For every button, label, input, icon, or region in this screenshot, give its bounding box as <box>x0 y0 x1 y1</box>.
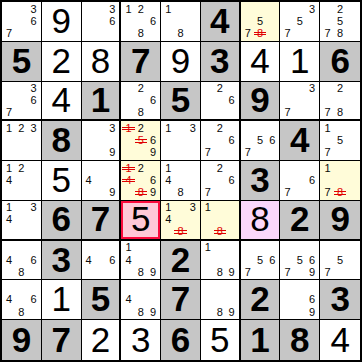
empty-mark-slot <box>202 281 214 293</box>
empty-mark-slot <box>15 174 27 186</box>
empty-mark-slot <box>346 187 359 199</box>
eliminated-candidate-mark: 8 <box>174 226 186 238</box>
candidate-mark: 6 <box>266 135 278 147</box>
empty-mark-slot <box>202 214 214 226</box>
empty-mark-slot <box>321 135 334 147</box>
empty-mark-slot <box>135 147 147 159</box>
eliminated-candidate-mark: 8 <box>214 226 226 238</box>
candidate-mark: 8 <box>334 106 347 118</box>
cell-r2c7[interactable]: 4 <box>241 42 281 82</box>
empty-mark-slot <box>346 94 359 106</box>
empty-mark-slot <box>162 28 174 40</box>
cell-r9c8[interactable]: 8 <box>280 320 320 360</box>
empty-mark-slot <box>106 266 118 278</box>
candidate-mark: 2 <box>135 3 147 15</box>
empty-mark-slot <box>306 281 318 293</box>
empty-mark-slot <box>162 147 174 159</box>
candidate-mark: 5 <box>254 254 266 266</box>
empty-mark-slot <box>174 15 186 27</box>
empty-mark-slot <box>162 187 174 199</box>
empty-mark-slot <box>122 135 134 147</box>
candidate-mark: 8 <box>214 306 226 318</box>
empty-mark-slot <box>15 254 27 266</box>
candidate-mark: 9 <box>147 147 159 159</box>
empty-mark-slot <box>28 281 40 293</box>
cell-r2c3[interactable]: 8 <box>82 42 122 82</box>
cell-r2c9[interactable]: 6 <box>320 42 360 82</box>
candidate-mark: 6 <box>226 174 238 186</box>
given-digit: 8 <box>51 122 70 157</box>
empty-mark-slot <box>187 147 199 159</box>
empty-mark-slot <box>15 242 27 254</box>
empty-mark-slot <box>28 28 40 40</box>
cell-r8c6[interactable]: 89 <box>201 280 241 320</box>
candidate-mark: 1 <box>202 202 214 214</box>
given-digit: 2 <box>290 201 309 236</box>
empty-mark-slot <box>187 135 199 147</box>
candidate-mark: 7 <box>3 106 15 118</box>
cell-r9c2[interactable]: 7 <box>42 320 82 360</box>
given-digit: 9 <box>12 322 31 357</box>
candidate-mark: 1 <box>3 122 15 134</box>
empty-mark-slot <box>94 15 106 27</box>
empty-mark-slot <box>15 147 27 159</box>
cell-r9c7[interactable]: 1 <box>241 320 281 360</box>
cell-r1c1[interactable]: 367 <box>2 2 42 42</box>
empty-mark-slot <box>294 174 306 186</box>
empty-mark-slot <box>174 135 186 147</box>
empty-mark-slot <box>83 135 95 147</box>
empty-mark-slot <box>28 214 40 226</box>
cell-r5c7[interactable]: 3 <box>241 161 281 201</box>
pencil-marks: 567 <box>241 241 280 280</box>
pencil-marks: 267 <box>201 161 239 200</box>
candidate-mark: 9 <box>306 306 318 318</box>
empty-mark-slot <box>94 28 106 40</box>
empty-mark-slot <box>28 174 40 186</box>
cell-r9c5[interactable]: 6 <box>161 320 201 360</box>
cell-r7c3[interactable]: 46 <box>82 241 122 281</box>
empty-mark-slot <box>187 3 199 15</box>
cell-r4c6[interactable]: 267 <box>201 121 241 161</box>
cell-r9c4[interactable]: 3 <box>121 320 161 360</box>
cell-r9c1[interactable]: 9 <box>2 320 42 360</box>
candidate-mark: 8 <box>174 187 186 199</box>
cell-r5c9[interactable]: 178 <box>320 161 360 201</box>
cell-r9c6[interactable]: 5 <box>201 320 241 360</box>
empty-mark-slot <box>94 242 106 254</box>
pencil-marks: 5679 <box>280 241 319 280</box>
candidate-mark: 8 <box>135 28 147 40</box>
given-digit: 3 <box>250 162 269 197</box>
cell-r8c4[interactable]: 489 <box>121 280 161 320</box>
empty-mark-slot <box>306 94 318 106</box>
cell-r2c8[interactable]: 1 <box>280 42 320 82</box>
candidate-mark: 4 <box>83 254 95 266</box>
empty-mark-slot <box>83 147 95 159</box>
empty-mark-slot <box>266 15 278 27</box>
candidate-mark: 3 <box>28 83 40 95</box>
cell-r6c8[interactable]: 2 <box>280 201 320 241</box>
cell-r3c3[interactable]: 1 <box>82 82 122 122</box>
empty-mark-slot <box>83 187 95 199</box>
empty-mark-slot <box>266 122 278 134</box>
pencil-marks: 124689 <box>121 161 160 200</box>
cell-r7c6[interactable]: 189 <box>201 241 241 281</box>
cell-r1c9[interactable]: 2578 <box>320 2 360 42</box>
cell-r7c7[interactable]: 567 <box>241 241 281 281</box>
empty-mark-slot <box>346 3 359 15</box>
cell-r3c5[interactable]: 5 <box>161 82 201 122</box>
pencil-marks: 12569 <box>121 121 160 160</box>
empty-mark-slot <box>306 28 318 40</box>
cell-r2c1[interactable]: 5 <box>2 42 42 82</box>
eliminated-candidate-mark: 8 <box>254 28 266 40</box>
empty-mark-slot <box>281 162 293 174</box>
empty-mark-slot <box>321 174 334 186</box>
cell-r2c2[interactable]: 2 <box>42 42 82 82</box>
cell-r1c3[interactable]: 36 <box>82 2 122 42</box>
candidate-mark: 1 <box>321 122 334 134</box>
cell-r3c8[interactable]: 37 <box>280 82 320 122</box>
candidate-mark: 6 <box>147 135 159 147</box>
empty-mark-slot <box>226 226 238 238</box>
empty-mark-slot <box>135 15 147 27</box>
cell-r4c3[interactable]: 39 <box>82 121 122 161</box>
empty-mark-slot <box>135 242 147 254</box>
solved-digit: 9 <box>51 3 70 38</box>
empty-mark-slot <box>187 28 199 40</box>
cell-r6c4[interactable]: 5 <box>121 201 161 241</box>
candidate-mark: 3 <box>106 3 118 15</box>
empty-mark-slot <box>122 147 134 159</box>
empty-mark-slot <box>346 266 359 278</box>
empty-mark-slot <box>135 174 147 186</box>
cell-r2c5[interactable]: 9 <box>161 42 201 82</box>
candidate-mark: 6 <box>306 294 318 306</box>
empty-mark-slot <box>346 162 359 174</box>
cell-r7c9[interactable]: 57 <box>320 241 360 281</box>
candidate-mark: 7 <box>281 187 293 199</box>
empty-mark-slot <box>162 15 174 27</box>
cell-r3c6[interactable]: 26 <box>201 82 241 122</box>
cell-r5c2[interactable]: 5 <box>42 161 82 201</box>
empty-mark-slot <box>147 162 159 174</box>
candidate-mark: 5 <box>334 135 347 147</box>
cell-r5c6[interactable]: 267 <box>201 161 241 201</box>
eliminated-candidate-mark: 1 <box>122 162 134 174</box>
pencil-marks: 18 <box>201 201 239 239</box>
empty-mark-slot <box>147 242 159 254</box>
empty-mark-slot <box>28 162 40 174</box>
cell-r6c7[interactable]: 8 <box>241 201 281 241</box>
cell-r4c4[interactable]: 12569 <box>121 121 161 161</box>
candidate-mark: 7 <box>321 266 334 278</box>
empty-mark-slot <box>281 294 293 306</box>
empty-mark-slot <box>15 3 27 15</box>
candidate-mark: 2 <box>214 122 226 134</box>
empty-mark-slot <box>346 135 359 147</box>
empty-mark-slot <box>321 242 334 254</box>
candidate-mark: 6 <box>28 94 40 106</box>
empty-mark-slot <box>321 3 334 15</box>
cell-r6c9[interactable]: 9 <box>320 201 360 241</box>
cell-r5c5[interactable]: 148 <box>161 161 201 201</box>
candidate-mark: 9 <box>226 266 238 278</box>
cell-r4c8[interactable]: 4 <box>280 121 320 161</box>
candidate-mark: 9 <box>106 147 118 159</box>
cell-r6c2[interactable]: 6 <box>42 201 82 241</box>
empty-mark-slot <box>334 174 347 186</box>
empty-mark-slot <box>266 266 278 278</box>
candidate-mark: 3 <box>187 202 199 214</box>
cell-r1c5[interactable]: 18 <box>161 2 201 42</box>
cell-r9c3[interactable]: 2 <box>82 320 122 360</box>
empty-mark-slot <box>106 28 118 40</box>
empty-mark-slot <box>28 106 40 118</box>
empty-mark-slot <box>3 306 15 318</box>
empty-mark-slot <box>306 187 318 199</box>
cell-r6c1[interactable]: 134 <box>2 201 42 241</box>
empty-mark-slot <box>226 187 238 199</box>
solved-digit: 2 <box>91 322 110 357</box>
given-digit: 5 <box>12 43 31 78</box>
candidate-mark: 7 <box>242 28 254 40</box>
cell-r8c2[interactable]: 1 <box>42 280 82 320</box>
solved-digit: 1 <box>290 43 309 78</box>
empty-mark-slot <box>214 214 226 226</box>
empty-mark-slot <box>187 187 199 199</box>
empty-mark-slot <box>202 174 214 186</box>
candidate-mark: 7 <box>321 28 334 40</box>
empty-mark-slot <box>147 254 159 266</box>
candidate-mark: 3 <box>28 202 40 214</box>
candidate-mark: 4 <box>3 254 15 266</box>
cell-r1c6[interactable]: 4 <box>201 2 241 42</box>
empty-mark-slot <box>306 106 318 118</box>
pencil-marks: 123 <box>2 121 41 160</box>
cell-r4c2[interactable]: 8 <box>42 121 82 161</box>
cell-r7c8[interactable]: 5679 <box>280 241 320 281</box>
cell-r8c7[interactable]: 2 <box>241 280 281 320</box>
pencil-marks: 489 <box>121 280 160 319</box>
empty-mark-slot <box>106 174 118 186</box>
cell-r1c7[interactable]: 578 <box>241 2 281 42</box>
empty-mark-slot <box>226 214 238 226</box>
pencil-marks: 49 <box>82 161 120 200</box>
empty-mark-slot <box>28 266 40 278</box>
empty-mark-slot <box>83 15 95 27</box>
cell-r3c9[interactable]: 278 <box>320 82 360 122</box>
empty-mark-slot <box>147 3 159 15</box>
cell-r4c1[interactable]: 123 <box>2 121 42 161</box>
empty-mark-slot <box>187 15 199 27</box>
empty-mark-slot <box>346 28 359 40</box>
empty-mark-slot <box>202 226 214 238</box>
cell-r4c7[interactable]: 567 <box>241 121 281 161</box>
empty-mark-slot <box>15 187 27 199</box>
empty-mark-slot <box>294 294 306 306</box>
cell-r8c1[interactable]: 468 <box>2 280 42 320</box>
candidate-mark: 8 <box>15 306 27 318</box>
candidate-mark: 9 <box>147 187 159 199</box>
empty-mark-slot <box>3 3 15 15</box>
candidate-mark: 5 <box>334 15 347 27</box>
cell-r8c5[interactable]: 7 <box>161 280 201 320</box>
candidate-mark: 3 <box>306 83 318 95</box>
pencil-marks: 67 <box>280 161 319 200</box>
empty-mark-slot <box>334 147 347 159</box>
candidate-mark: 1 <box>3 162 15 174</box>
cell-r1c8[interactable]: 357 <box>280 2 320 42</box>
pencil-marks: 1268 <box>121 2 160 41</box>
empty-mark-slot <box>254 3 266 15</box>
empty-mark-slot <box>254 242 266 254</box>
empty-mark-slot <box>83 162 95 174</box>
cell-r6c6[interactable]: 18 <box>201 201 241 241</box>
empty-mark-slot <box>106 135 118 147</box>
empty-mark-slot <box>3 187 15 199</box>
empty-mark-slot <box>202 162 214 174</box>
empty-mark-slot <box>294 83 306 95</box>
empty-mark-slot <box>15 226 27 238</box>
cell-r1c2[interactable]: 9 <box>42 2 82 42</box>
candidate-mark: 2 <box>135 83 147 95</box>
empty-mark-slot <box>94 254 106 266</box>
cell-r4c9[interactable]: 157 <box>320 121 360 161</box>
cell-r2c6[interactable]: 3 <box>201 42 241 82</box>
candidate-mark: 1 <box>162 122 174 134</box>
empty-mark-slot <box>3 266 15 278</box>
cell-r5c4[interactable]: 124689 <box>121 161 161 201</box>
empty-mark-slot <box>147 122 159 134</box>
cell-r9c9[interactable]: 4 <box>320 320 360 360</box>
empty-mark-slot <box>214 135 226 147</box>
cell-r7c1[interactable]: 468 <box>2 241 42 281</box>
empty-mark-slot <box>214 281 226 293</box>
cell-r8c9[interactable]: 3 <box>320 280 360 320</box>
candidate-mark: 1 <box>162 202 174 214</box>
cell-r6c3[interactable]: 7 <box>82 201 122 241</box>
candidate-mark: 6 <box>106 254 118 266</box>
empty-mark-slot <box>147 28 159 40</box>
empty-mark-slot <box>202 94 214 106</box>
empty-mark-slot <box>242 15 254 27</box>
empty-mark-slot <box>3 147 15 159</box>
empty-mark-slot <box>122 94 134 106</box>
candidate-mark: 5 <box>294 254 306 266</box>
empty-mark-slot <box>15 294 27 306</box>
pencil-marks: 46 <box>82 241 120 280</box>
candidate-mark: 8 <box>135 306 147 318</box>
empty-mark-slot <box>294 281 306 293</box>
candidate-mark: 7 <box>281 106 293 118</box>
cell-r7c4[interactable]: 1489 <box>121 241 161 281</box>
candidate-mark: 9 <box>306 266 318 278</box>
cell-r7c2[interactable]: 3 <box>42 241 82 281</box>
empty-mark-slot <box>346 147 359 159</box>
empty-mark-slot <box>281 174 293 186</box>
empty-mark-slot <box>94 147 106 159</box>
pencil-marks: 124 <box>2 161 41 200</box>
pencil-marks: 367 <box>2 82 41 120</box>
empty-mark-slot <box>214 294 226 306</box>
cell-r1c4[interactable]: 1268 <box>121 2 161 42</box>
empty-mark-slot <box>226 294 238 306</box>
pencil-marks: 357 <box>280 2 319 41</box>
candidate-mark: 4 <box>83 174 95 186</box>
empty-mark-slot <box>174 202 186 214</box>
empty-mark-slot <box>147 106 159 118</box>
empty-mark-slot <box>242 122 254 134</box>
cell-r3c2[interactable]: 4 <box>42 82 82 122</box>
empty-mark-slot <box>334 162 347 174</box>
empty-mark-slot <box>242 3 254 15</box>
empty-mark-slot <box>28 306 40 318</box>
empty-mark-slot <box>294 94 306 106</box>
empty-mark-slot <box>334 122 347 134</box>
cell-r5c8[interactable]: 67 <box>280 161 320 201</box>
empty-mark-slot <box>266 147 278 159</box>
empty-mark-slot <box>122 15 134 27</box>
eliminated-candidate-mark: 5 <box>135 135 147 147</box>
empty-mark-slot <box>106 162 118 174</box>
empty-mark-slot <box>202 266 214 278</box>
empty-mark-slot <box>174 214 186 226</box>
empty-mark-slot <box>94 187 106 199</box>
cell-r6c5[interactable]: 1348 <box>161 201 201 241</box>
cell-r5c1[interactable]: 124 <box>2 161 42 201</box>
empty-mark-slot <box>28 147 40 159</box>
cell-r2c4[interactable]: 7 <box>121 42 161 82</box>
given-digit: 4 <box>210 3 229 38</box>
empty-mark-slot <box>135 94 147 106</box>
cell-r7c5[interactable]: 2 <box>161 241 201 281</box>
cell-r3c7[interactable]: 9 <box>241 82 281 122</box>
empty-mark-slot <box>226 147 238 159</box>
cell-r8c3[interactable]: 5 <box>82 280 122 320</box>
empty-mark-slot <box>174 162 186 174</box>
empty-mark-slot <box>294 162 306 174</box>
empty-mark-slot <box>226 83 238 95</box>
cell-r4c5[interactable]: 13 <box>161 121 201 161</box>
empty-mark-slot <box>294 242 306 254</box>
empty-mark-slot <box>187 174 199 186</box>
empty-mark-slot <box>281 3 293 15</box>
empty-mark-slot <box>135 254 147 266</box>
empty-mark-slot <box>281 94 293 106</box>
empty-mark-slot <box>226 122 238 134</box>
candidate-mark: 6 <box>226 135 238 147</box>
empty-mark-slot <box>122 106 134 118</box>
given-digit: 9 <box>330 201 349 236</box>
given-digit: 7 <box>131 43 150 78</box>
empty-mark-slot <box>266 3 278 15</box>
solved-digit: 5 <box>131 201 150 236</box>
cell-r3c1[interactable]: 367 <box>2 82 42 122</box>
empty-mark-slot <box>214 174 226 186</box>
cell-r8c8[interactable]: 69 <box>280 280 320 320</box>
candidate-mark: 6 <box>147 15 159 27</box>
given-digit: 8 <box>290 322 309 357</box>
cell-r5c3[interactable]: 49 <box>82 161 122 201</box>
candidate-mark: 7 <box>242 266 254 278</box>
cell-r3c4[interactable]: 268 <box>121 82 161 122</box>
pencil-marks: 57 <box>320 241 360 280</box>
empty-mark-slot <box>281 254 293 266</box>
empty-mark-slot <box>28 242 40 254</box>
candidate-mark: 4 <box>3 174 15 186</box>
